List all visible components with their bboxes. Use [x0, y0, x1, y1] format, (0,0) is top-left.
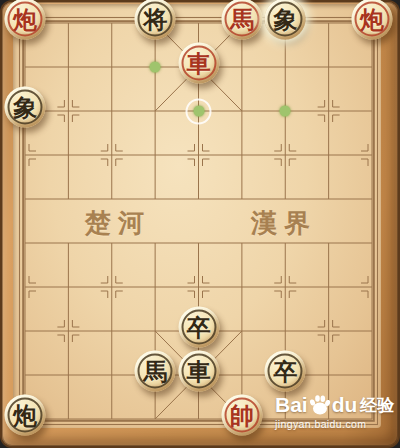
piece-red-horse[interactable]: 馬: [221, 0, 262, 40]
move-hint-dot[interactable]: [150, 62, 161, 73]
watermark-brand-row: Bai du 经验: [275, 393, 397, 417]
piece-character: 車: [187, 359, 211, 383]
piece-black-elephant[interactable]: 象: [5, 87, 46, 128]
baidu-jingyan-watermark: Bai du 经验 jingyan.baidu.com: [275, 393, 397, 430]
piece-character: 卒: [187, 315, 211, 339]
move-hint-dot-ringed[interactable]: [193, 106, 204, 117]
watermark-text-du: du: [332, 393, 358, 417]
piece-red-general[interactable]: 帥: [221, 395, 262, 436]
piece-black-cannon[interactable]: 炮: [5, 395, 46, 436]
baidu-paw-icon: [308, 393, 332, 417]
piece-character: 炮: [13, 403, 37, 427]
piece-red-cannon[interactable]: 炮: [5, 0, 46, 40]
piece-character: 炮: [360, 7, 384, 31]
watermark-url: jingyan.baidu.com: [275, 418, 397, 430]
piece-black-elephant[interactable]: 象: [265, 0, 306, 40]
piece-character: 象: [273, 7, 297, 31]
piece-character: 卒: [273, 359, 297, 383]
xiangqi-board-screenshot: 楚河 漢界 炮将馬象炮車象卒馬車卒炮帥 Bai du 经验 jingyan.ba…: [0, 0, 400, 448]
piece-character: 車: [187, 51, 211, 75]
piece-black-pawn[interactable]: 卒: [178, 307, 219, 348]
piece-black-chariot[interactable]: 車: [178, 351, 219, 392]
piece-black-horse[interactable]: 馬: [135, 351, 176, 392]
piece-character: 帥: [230, 403, 254, 427]
watermark-text-bai: Bai: [275, 393, 308, 417]
piece-character: 象: [13, 95, 37, 119]
piece-character: 将: [143, 7, 167, 31]
piece-character: 馬: [230, 7, 254, 31]
piece-character: 炮: [13, 7, 37, 31]
move-hint-dot[interactable]: [280, 106, 291, 117]
piece-black-general[interactable]: 将: [135, 0, 176, 40]
piece-red-chariot[interactable]: 車: [178, 43, 219, 84]
piece-red-cannon[interactable]: 炮: [352, 0, 393, 40]
watermark-text-jingyan: 经验: [360, 394, 394, 417]
piece-character: 馬: [143, 359, 167, 383]
piece-black-pawn[interactable]: 卒: [265, 351, 306, 392]
